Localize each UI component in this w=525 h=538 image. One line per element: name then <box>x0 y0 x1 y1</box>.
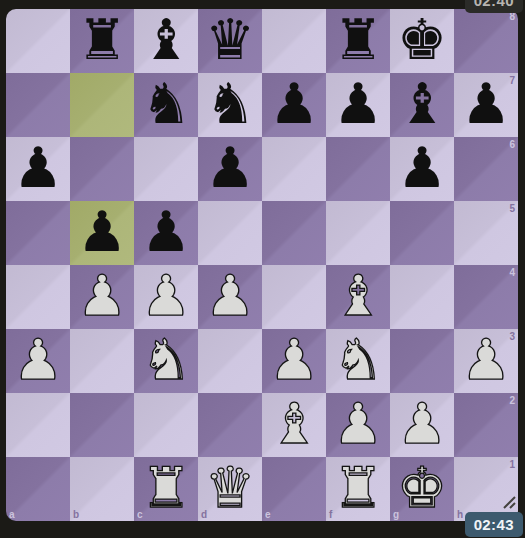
square-e4[interactable] <box>262 265 326 329</box>
coord-file-e: e <box>265 509 271 520</box>
square-h2[interactable]: 2 <box>454 393 518 457</box>
piece-white-bishop[interactable]: ♝ <box>269 396 319 452</box>
piece-black-knight[interactable]: ♞ <box>205 76 255 132</box>
piece-white-pawn[interactable]: ♟ <box>141 268 191 324</box>
square-h6[interactable]: 6 <box>454 137 518 201</box>
clock-white: 02:43 <box>465 512 523 537</box>
piece-black-knight[interactable]: ♞ <box>141 76 191 132</box>
piece-black-pawn[interactable]: ♟ <box>461 76 511 132</box>
square-f2[interactable]: ♟ <box>326 393 390 457</box>
chess-board: ♜♝♛♜♚8♞♞♟♟♝♟7♟♟♟6♟♟5♟♟♟♝4♟♞♟♞♟3♝♟♟2ab♜c♛… <box>6 9 518 521</box>
square-d1[interactable]: ♛d <box>198 457 262 521</box>
square-b3[interactable] <box>70 329 134 393</box>
square-a8[interactable] <box>6 9 70 73</box>
piece-white-rook[interactable]: ♜ <box>141 460 191 516</box>
square-f4[interactable]: ♝ <box>326 265 390 329</box>
square-f8[interactable]: ♜ <box>326 9 390 73</box>
square-e2[interactable]: ♝ <box>262 393 326 457</box>
square-f3[interactable]: ♞ <box>326 329 390 393</box>
piece-white-knight[interactable]: ♞ <box>333 332 383 388</box>
square-g6[interactable]: ♟ <box>390 137 454 201</box>
coord-file-f: f <box>329 509 332 520</box>
square-b8[interactable]: ♜ <box>70 9 134 73</box>
square-h8[interactable]: 8 <box>454 9 518 73</box>
square-b7[interactable] <box>70 73 134 137</box>
piece-black-pawn[interactable]: ♟ <box>141 204 191 260</box>
piece-black-pawn[interactable]: ♟ <box>13 140 63 196</box>
square-c7[interactable]: ♞ <box>134 73 198 137</box>
square-b1[interactable]: b <box>70 457 134 521</box>
piece-white-rook[interactable]: ♜ <box>333 460 383 516</box>
square-h3[interactable]: ♟3 <box>454 329 518 393</box>
piece-black-king[interactable]: ♚ <box>397 12 447 68</box>
piece-black-pawn[interactable]: ♟ <box>397 140 447 196</box>
clock-black: 02:40 <box>465 0 523 13</box>
piece-white-queen[interactable]: ♛ <box>205 460 255 516</box>
piece-black-pawn[interactable]: ♟ <box>333 76 383 132</box>
square-d3[interactable] <box>198 329 262 393</box>
square-a4[interactable] <box>6 265 70 329</box>
square-a7[interactable] <box>6 73 70 137</box>
coord-rank-5: 5 <box>509 203 515 214</box>
square-c1[interactable]: ♜c <box>134 457 198 521</box>
coord-rank-1: 1 <box>509 459 515 470</box>
square-d6[interactable]: ♟ <box>198 137 262 201</box>
piece-black-bishop[interactable]: ♝ <box>141 12 191 68</box>
piece-white-pawn[interactable]: ♟ <box>77 268 127 324</box>
piece-black-rook[interactable]: ♜ <box>77 12 127 68</box>
board-resize-handle[interactable] <box>502 495 517 510</box>
square-f1[interactable]: ♜f <box>326 457 390 521</box>
piece-white-king[interactable]: ♚ <box>397 460 447 516</box>
square-e3[interactable]: ♟ <box>262 329 326 393</box>
square-a5[interactable] <box>6 201 70 265</box>
square-d5[interactable] <box>198 201 262 265</box>
square-d8[interactable]: ♛ <box>198 9 262 73</box>
square-b6[interactable] <box>70 137 134 201</box>
coord-rank-4: 4 <box>509 267 515 278</box>
square-g7[interactable]: ♝ <box>390 73 454 137</box>
square-g5[interactable] <box>390 201 454 265</box>
piece-black-rook[interactable]: ♜ <box>333 12 383 68</box>
square-c5[interactable]: ♟ <box>134 201 198 265</box>
piece-black-queen[interactable]: ♛ <box>205 12 255 68</box>
piece-black-pawn[interactable]: ♟ <box>205 140 255 196</box>
square-g3[interactable] <box>390 329 454 393</box>
piece-black-pawn[interactable]: ♟ <box>269 76 319 132</box>
square-h7[interactable]: ♟7 <box>454 73 518 137</box>
coord-file-a: a <box>9 509 15 520</box>
square-d7[interactable]: ♞ <box>198 73 262 137</box>
square-e5[interactable] <box>262 201 326 265</box>
square-c8[interactable]: ♝ <box>134 9 198 73</box>
piece-white-pawn[interactable]: ♟ <box>13 332 63 388</box>
piece-white-pawn[interactable]: ♟ <box>205 268 255 324</box>
piece-white-pawn[interactable]: ♟ <box>397 396 447 452</box>
square-b2[interactable] <box>70 393 134 457</box>
square-c2[interactable] <box>134 393 198 457</box>
square-e8[interactable] <box>262 9 326 73</box>
piece-white-bishop[interactable]: ♝ <box>333 268 383 324</box>
square-d4[interactable]: ♟ <box>198 265 262 329</box>
square-a6[interactable]: ♟ <box>6 137 70 201</box>
square-a2[interactable] <box>6 393 70 457</box>
coord-file-h: h <box>457 509 463 520</box>
coord-rank-2: 2 <box>509 395 515 406</box>
square-c4[interactable]: ♟ <box>134 265 198 329</box>
square-e7[interactable]: ♟ <box>262 73 326 137</box>
square-h4[interactable]: 4 <box>454 265 518 329</box>
coord-rank-6: 6 <box>509 139 515 150</box>
square-h5[interactable]: 5 <box>454 201 518 265</box>
piece-white-knight[interactable]: ♞ <box>141 332 191 388</box>
square-d2[interactable] <box>198 393 262 457</box>
square-f5[interactable] <box>326 201 390 265</box>
coord-file-b: b <box>73 509 79 520</box>
square-e6[interactable] <box>262 137 326 201</box>
square-g4[interactable] <box>390 265 454 329</box>
square-g8[interactable]: ♚ <box>390 9 454 73</box>
square-f7[interactable]: ♟ <box>326 73 390 137</box>
square-a3[interactable]: ♟ <box>6 329 70 393</box>
square-g1[interactable]: ♚g <box>390 457 454 521</box>
piece-white-pawn[interactable]: ♟ <box>461 332 511 388</box>
piece-black-bishop[interactable]: ♝ <box>397 76 447 132</box>
square-e1[interactable]: e <box>262 457 326 521</box>
square-g2[interactable]: ♟ <box>390 393 454 457</box>
square-c3[interactable]: ♞ <box>134 329 198 393</box>
square-b4[interactable]: ♟ <box>70 265 134 329</box>
piece-white-pawn[interactable]: ♟ <box>333 396 383 452</box>
piece-white-pawn[interactable]: ♟ <box>269 332 319 388</box>
square-a1[interactable]: a <box>6 457 70 521</box>
square-f6[interactable] <box>326 137 390 201</box>
square-b5[interactable]: ♟ <box>70 201 134 265</box>
square-c6[interactable] <box>134 137 198 201</box>
piece-black-pawn[interactable]: ♟ <box>77 204 127 260</box>
